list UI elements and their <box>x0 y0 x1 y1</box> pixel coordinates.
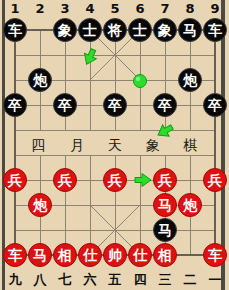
move-marker-dot <box>134 75 147 88</box>
xiangqi-board[interactable]: 123456789 四月天象棋 车象士将士象马车炮炮卒卒卒卒卒马兵兵兵兵兵炮马炮… <box>0 0 229 290</box>
move-marker-arrow <box>155 121 175 140</box>
move-marker-dot-highlight <box>136 77 140 81</box>
move-marker-arrow <box>81 47 100 67</box>
markers-layer <box>0 0 229 290</box>
move-marker-arrow <box>135 174 151 187</box>
